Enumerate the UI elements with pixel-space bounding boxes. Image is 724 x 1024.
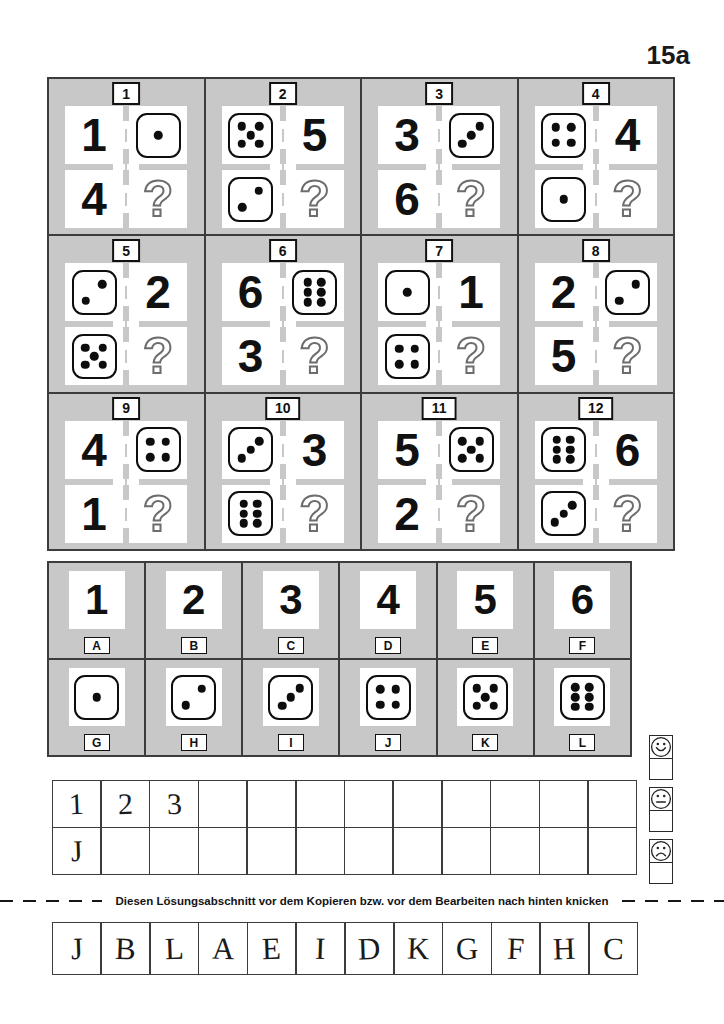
die-pip — [317, 278, 326, 287]
write-cell-r2c3 — [150, 828, 197, 874]
jigsaw-notch — [595, 350, 597, 363]
write-cell-r1c10 — [491, 781, 538, 827]
die-pip — [392, 685, 401, 694]
number-card: 3 — [263, 571, 319, 629]
die-pip — [615, 296, 624, 305]
letter-badge: H — [181, 734, 207, 751]
die-pip — [472, 701, 481, 710]
question-mark-glyph: ? — [456, 174, 487, 224]
puzzle-pieces: 14? — [65, 106, 187, 228]
die-pip — [238, 454, 247, 463]
jigsaw-notch — [282, 475, 284, 489]
number-card: 2 — [166, 571, 222, 629]
neutral-face-icon — [649, 787, 673, 811]
number-card: 6 — [554, 571, 610, 629]
solution-cell-8: K — [395, 923, 442, 974]
letter-badge: F — [569, 637, 595, 654]
card-number-text: 4 — [376, 579, 399, 621]
dashed-fold-line-right — [622, 900, 724, 903]
write-cell-r2c11 — [540, 828, 587, 874]
jigsaw-tab-vertical — [426, 164, 452, 170]
number-tile: 4 — [65, 170, 123, 228]
tile-number-text: 5 — [551, 333, 577, 379]
sad-face-icon — [649, 839, 673, 863]
puzzle-pieces: 4? — [535, 106, 657, 228]
die-pip — [467, 131, 476, 140]
jigsaw-notch — [125, 286, 127, 299]
jigsaw-tab-bottom — [436, 185, 442, 213]
solution-letter: L — [164, 930, 184, 967]
die-face-3 — [449, 113, 494, 158]
die-pip — [631, 280, 640, 289]
die-face-2 — [228, 177, 273, 222]
tile-number-text: 1 — [458, 269, 484, 315]
jigsaw-tab-bottom — [280, 185, 286, 213]
question-mark-tile: ? — [129, 327, 187, 385]
fold-instruction-text: Diesen Lösungsabschnitt vor dem Kopieren… — [116, 895, 609, 907]
die-pip — [567, 123, 576, 132]
die-face-2 — [605, 270, 650, 315]
write-cell-r2c5 — [248, 828, 295, 874]
tile-number-text: 4 — [81, 176, 107, 222]
die-pip — [559, 509, 568, 518]
question-mark-tile: ? — [286, 485, 344, 543]
question-mark-tile: ? — [286, 170, 344, 228]
tile-number-text: 1 — [81, 491, 107, 537]
question-mark-glyph: ? — [612, 331, 643, 381]
die-tile — [222, 106, 280, 164]
die-pip — [458, 139, 467, 148]
die-face-6 — [228, 491, 273, 536]
handwritten-entry: 1 — [69, 787, 85, 822]
die-pip — [98, 280, 107, 289]
puzzle-cell-1: 114? — [49, 79, 204, 234]
solution-letter: D — [358, 930, 382, 967]
die-pip — [253, 500, 262, 509]
jigsaw-tab-vertical — [113, 479, 139, 485]
die-pip — [475, 454, 484, 463]
number-tile: 3 — [222, 327, 280, 385]
tile-number-text: 2 — [551, 269, 577, 315]
question-mark-glyph: ? — [143, 331, 174, 381]
die-pip — [253, 519, 262, 528]
solution-letter: F — [507, 930, 525, 967]
die-pip — [317, 288, 326, 297]
puzzle-pieces: 25? — [535, 263, 657, 385]
jigsaw-tab-vertical — [113, 164, 139, 170]
jigsaw-notch — [125, 350, 127, 363]
die-pip — [303, 298, 312, 307]
solution-cell-4: A — [199, 923, 246, 974]
write-cell-r1c12 — [589, 781, 636, 827]
number-card: 1 — [69, 571, 125, 629]
jigsaw-notch — [125, 317, 127, 331]
letter-badge: D — [375, 637, 401, 654]
smiley-unit-neutral — [649, 787, 675, 832]
jigsaw-notch — [282, 317, 284, 331]
jigsaw-tab-top — [123, 121, 129, 149]
die-pip — [255, 139, 264, 148]
answer-key-grid: 1A2B3C4D5E6FGHIJKL — [47, 561, 632, 757]
solution-letter: H — [553, 930, 577, 967]
puzzle-pieces: 5? — [222, 106, 344, 228]
jigsaw-notch — [595, 317, 597, 331]
die-pip — [481, 693, 490, 702]
die-face-3 — [541, 491, 586, 536]
number-tile: 2 — [535, 263, 593, 321]
jigsaw-tab-top — [436, 121, 442, 149]
die-pip — [585, 693, 594, 702]
jigsaw-tab-vertical — [270, 479, 296, 485]
jigsaw-notch — [282, 193, 284, 206]
solution-letter: A — [211, 930, 235, 967]
letter-badge: E — [472, 637, 498, 654]
jigsaw-tab-bottom — [593, 500, 599, 528]
number-tile: 4 — [65, 421, 123, 479]
jigsaw-notch — [125, 193, 127, 206]
jigsaw-notch — [595, 160, 597, 174]
die-pip — [585, 703, 594, 712]
write-cell-r2c8 — [394, 828, 441, 874]
die-pip — [472, 684, 481, 693]
die-pip — [90, 352, 99, 361]
die-pip — [566, 436, 575, 445]
number-tile: 5 — [378, 421, 436, 479]
solution-letter: G — [455, 930, 479, 967]
jigsaw-tab-bottom — [593, 185, 599, 213]
die-pip — [559, 195, 568, 204]
key-die-cell-J: J — [340, 660, 435, 755]
puzzle-pieces: 3? — [222, 421, 344, 543]
puzzle-cell-10: 103? — [206, 394, 361, 549]
letter-badge: K — [472, 734, 498, 751]
die-tile — [222, 485, 280, 543]
card-number-text: 1 — [85, 579, 108, 621]
solution-cell-3: L — [151, 923, 198, 974]
puzzle-number-badge: 6 — [269, 239, 297, 262]
jigsaw-tab-vertical — [583, 479, 609, 485]
jigsaw-notch — [282, 508, 284, 521]
die-pip — [82, 296, 91, 305]
die-face-2 — [72, 270, 117, 315]
die-pip — [238, 122, 247, 131]
die-tile — [442, 421, 500, 479]
jigsaw-tab-top — [123, 436, 129, 464]
die-pip — [395, 344, 404, 353]
smiley-unit-sad — [649, 839, 675, 884]
die-pip — [392, 701, 401, 710]
jigsaw-notch — [595, 508, 597, 521]
puzzle-number-badge: 3 — [425, 82, 453, 105]
write-cell-r2c12 — [589, 828, 636, 874]
die-pip — [566, 455, 575, 464]
die-tile — [535, 106, 593, 164]
die-pip — [317, 298, 326, 307]
solution-cell-12: C — [590, 923, 637, 974]
die-pip — [475, 122, 484, 131]
jigsaw-tab-top — [436, 436, 442, 464]
question-mark-tile: ? — [442, 485, 500, 543]
jigsaw-tab-bottom — [436, 500, 442, 528]
question-mark-glyph: ? — [612, 489, 643, 539]
jigsaw-notch — [282, 160, 284, 174]
smiley-check-box — [649, 863, 673, 884]
jigsaw-notch — [438, 444, 440, 457]
tile-number-text: 4 — [81, 427, 107, 473]
die-pip — [376, 701, 385, 710]
die-tile — [222, 170, 280, 228]
die-pip — [154, 131, 163, 140]
number-card: 5 — [457, 571, 513, 629]
tile-number-text: 6 — [394, 176, 420, 222]
die-pip — [567, 139, 576, 148]
puzzle-number-badge: 4 — [582, 82, 610, 105]
jigsaw-notch — [438, 350, 440, 363]
die-face-5 — [449, 427, 494, 472]
die-pip — [181, 701, 190, 710]
die-face-5 — [463, 675, 508, 720]
write-cell-r2c4 — [199, 828, 246, 874]
question-mark-tile: ? — [442, 170, 500, 228]
die-tile — [65, 327, 123, 385]
jigsaw-notch — [595, 475, 597, 489]
die-pip — [146, 453, 155, 462]
number-tile: 2 — [378, 485, 436, 543]
key-die-cell-K: K — [438, 660, 533, 755]
die-pip — [81, 343, 90, 352]
jigsaw-notch — [595, 129, 597, 142]
number-tile: 3 — [378, 106, 436, 164]
die-face-6 — [292, 270, 337, 315]
key-number-cell-C: 3C — [243, 563, 338, 658]
question-mark-glyph: ? — [456, 331, 487, 381]
question-mark-tile: ? — [442, 327, 500, 385]
die-face-4 — [385, 334, 430, 379]
jigsaw-tab-top — [593, 278, 599, 306]
card-number-text: 6 — [571, 579, 594, 621]
jigsaw-tab-vertical — [113, 321, 139, 327]
die-pip — [551, 139, 560, 148]
write-cell-r1c1: 1 — [53, 781, 100, 827]
puzzle-number-badge: 11 — [422, 397, 457, 420]
die-pip — [98, 361, 107, 370]
puzzle-number-badge: 10 — [265, 397, 301, 420]
jigsaw-notch — [125, 129, 127, 142]
key-die-cell-G: G — [49, 660, 144, 755]
die-pip — [246, 131, 255, 140]
jigsaw-notch — [282, 350, 284, 363]
jigsaw-notch — [282, 129, 284, 142]
die-pip — [551, 518, 560, 527]
jigsaw-notch — [125, 160, 127, 174]
die-pip — [458, 454, 467, 463]
question-mark-glyph: ? — [143, 489, 174, 539]
die-face-4 — [541, 113, 586, 158]
die-face-4 — [366, 675, 411, 720]
die-card — [263, 668, 319, 726]
solution-cell-2: B — [102, 923, 149, 974]
handwritten-entry: 3 — [166, 787, 182, 822]
write-cell-r1c8 — [394, 781, 441, 827]
die-face-1 — [136, 113, 181, 158]
write-cell-r2c10 — [491, 828, 538, 874]
tile-number-text: 6 — [615, 427, 641, 473]
write-cell-r1c5 — [248, 781, 295, 827]
jigsaw-notch — [438, 160, 440, 174]
die-card — [360, 668, 416, 726]
jigsaw-notch — [438, 317, 440, 331]
solution-cell-9: G — [443, 923, 490, 974]
jigsaw-tab-vertical — [270, 321, 296, 327]
write-cell-r1c2: 2 — [102, 781, 149, 827]
puzzle-cell-4: 44? — [519, 79, 674, 234]
puzzle-cell-5: 52? — [49, 236, 204, 391]
die-pip — [98, 343, 107, 352]
number-tile: 2 — [129, 263, 187, 321]
write-cell-r2c2 — [102, 828, 149, 874]
jigsaw-tab-bottom — [123, 500, 129, 528]
solution-letter: B — [114, 930, 136, 967]
puzzle-pieces: 2? — [65, 263, 187, 385]
number-tile: 1 — [65, 106, 123, 164]
puzzle-pieces: 1? — [378, 263, 500, 385]
tile-number-text: 2 — [145, 269, 171, 315]
solution-letter-strip: JBLAEIDKGFHC — [52, 922, 638, 975]
die-card — [166, 668, 222, 726]
die-face-1 — [385, 270, 430, 315]
puzzle-cell-9: 941? — [49, 394, 204, 549]
jigsaw-tab-bottom — [593, 342, 599, 370]
puzzle-pieces: 6? — [535, 421, 657, 543]
jigsaw-notch — [438, 193, 440, 206]
number-tile: 1 — [442, 263, 500, 321]
die-pip — [146, 438, 155, 447]
die-face-3 — [228, 427, 273, 472]
puzzle-number-badge: 9 — [112, 397, 140, 420]
die-pip — [162, 438, 171, 447]
letter-badge: J — [375, 734, 401, 751]
key-number-cell-D: 4D — [340, 563, 435, 658]
die-pip — [376, 685, 385, 694]
letter-badge: L — [569, 734, 595, 751]
dashed-fold-line-left — [0, 900, 102, 903]
die-pip — [254, 187, 263, 196]
puzzle-cell-12: 126? — [519, 394, 674, 549]
solution-letter: C — [602, 930, 624, 967]
die-face-5 — [72, 334, 117, 379]
solution-cell-6: I — [297, 923, 344, 974]
die-face-1 — [541, 177, 586, 222]
die-pip — [303, 278, 312, 287]
solution-cell-1: J — [53, 923, 100, 974]
die-pip — [255, 122, 264, 131]
card-number-text: 2 — [182, 579, 205, 621]
solution-cell-10: F — [492, 923, 539, 974]
die-pip — [571, 693, 580, 702]
die-pip — [255, 437, 264, 446]
die-pip — [253, 509, 262, 518]
question-mark-glyph: ? — [299, 174, 330, 224]
die-pip — [411, 344, 420, 353]
die-pip — [467, 445, 476, 454]
question-mark-tile: ? — [599, 170, 657, 228]
die-pip — [571, 703, 580, 712]
die-pip — [246, 445, 255, 454]
jigsaw-tab-top — [593, 436, 599, 464]
card-number-text: 3 — [279, 579, 302, 621]
puzzle-pieces: 52? — [378, 421, 500, 543]
write-cell-r2c9 — [443, 828, 490, 874]
die-tile — [129, 421, 187, 479]
card-number-text: 5 — [474, 579, 497, 621]
number-tile: 6 — [599, 421, 657, 479]
tile-number-text: 3 — [394, 112, 420, 158]
die-tile — [129, 106, 187, 164]
die-tile — [442, 106, 500, 164]
die-card — [554, 668, 610, 726]
key-number-cell-F: 6F — [535, 563, 630, 658]
write-cell-r1c6 — [297, 781, 344, 827]
die-pip — [551, 123, 560, 132]
die-pip — [475, 437, 484, 446]
smiley-check-box — [649, 811, 673, 832]
puzzle-cell-6: 663? — [206, 236, 361, 391]
write-cell-r1c9 — [443, 781, 490, 827]
question-mark-tile: ? — [129, 170, 187, 228]
die-pip — [568, 501, 577, 510]
jigsaw-tab-vertical — [426, 321, 452, 327]
die-card — [457, 668, 513, 726]
puzzle-grid: 114?25?336?44?52?663?71?825?941?103?1152… — [47, 77, 675, 551]
jigsaw-notch — [595, 444, 597, 457]
jigsaw-tab-bottom — [280, 500, 286, 528]
jigsaw-notch — [125, 475, 127, 489]
question-mark-glyph: ? — [612, 174, 643, 224]
question-mark-glyph: ? — [143, 174, 174, 224]
page-number-label: 15a — [647, 40, 690, 71]
die-tile — [535, 170, 593, 228]
number-tile: 1 — [65, 485, 123, 543]
die-pip — [238, 139, 247, 148]
question-mark-tile: ? — [599, 485, 657, 543]
puzzle-number-badge: 7 — [425, 239, 453, 262]
die-tile — [378, 263, 436, 321]
puzzle-cell-2: 25? — [206, 79, 361, 234]
die-tile — [535, 421, 593, 479]
write-cell-r1c7 — [345, 781, 392, 827]
die-tile — [222, 421, 280, 479]
key-number-cell-A: 1A — [49, 563, 144, 658]
die-tile — [599, 263, 657, 321]
die-pip — [458, 437, 467, 446]
die-pip — [295, 684, 304, 693]
puzzle-cell-8: 825? — [519, 236, 674, 391]
question-mark-glyph: ? — [299, 489, 330, 539]
happy-face-icon — [649, 735, 673, 759]
jigsaw-tab-top — [436, 278, 442, 306]
die-tile — [286, 263, 344, 321]
die-pip — [571, 683, 580, 692]
write-cell-r1c4 — [199, 781, 246, 827]
die-tile — [378, 327, 436, 385]
die-pip — [162, 453, 171, 462]
jigsaw-tab-vertical — [583, 164, 609, 170]
die-face-6 — [560, 675, 605, 720]
letter-badge: C — [278, 637, 304, 654]
die-face-5 — [228, 113, 273, 158]
tile-number-text: 6 — [238, 269, 264, 315]
key-number-cell-E: 5E — [438, 563, 533, 658]
